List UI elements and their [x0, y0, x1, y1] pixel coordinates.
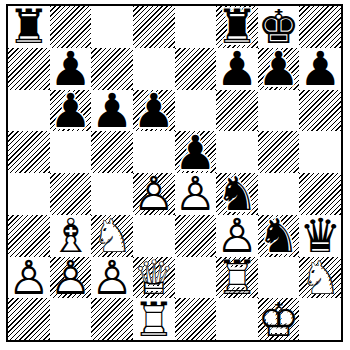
- piece-black-pawn: ♟: [50, 90, 92, 132]
- square-d8[interactable]: [133, 6, 175, 48]
- square-a7[interactable]: [8, 48, 50, 90]
- piece-black-pawn: ♟: [299, 48, 341, 90]
- chess-board: ♜♜♚♟♟♟♟♟♟♟♟♟♙♟♙♞♝♗♞♘♟♙♞♛♟♙♟♙♟♙♛♕♜♖♞♘♜♖♚♔: [6, 4, 343, 342]
- white-pawn-outline: ♙: [91, 257, 133, 299]
- square-b6[interactable]: ♟: [50, 90, 92, 132]
- square-a2[interactable]: ♟♙: [8, 257, 50, 299]
- white-rook-outline: ♖: [133, 298, 175, 340]
- black-rook-glyph: ♜: [8, 6, 50, 48]
- white-pawn-outline: ♙: [8, 257, 50, 299]
- square-e1[interactable]: [175, 298, 217, 340]
- white-knight-outline: ♘: [299, 257, 341, 299]
- piece-black-pawn: ♟: [258, 48, 300, 90]
- square-e3[interactable]: [175, 215, 217, 257]
- white-pawn-outline: ♙: [50, 257, 92, 299]
- white-king-outline: ♔: [258, 298, 300, 340]
- square-d6[interactable]: ♟: [133, 90, 175, 132]
- square-g3[interactable]: ♞: [258, 215, 300, 257]
- square-h5[interactable]: [299, 131, 341, 173]
- piece-white-pawn: ♟♙: [175, 173, 217, 215]
- square-a6[interactable]: [8, 90, 50, 132]
- white-rook-outline: ♖: [216, 257, 258, 299]
- square-f2[interactable]: ♜♖: [216, 257, 258, 299]
- piece-black-pawn: ♟: [216, 48, 258, 90]
- piece-black-pawn: ♟: [91, 90, 133, 132]
- piece-white-king: ♚♔: [258, 298, 300, 340]
- piece-white-pawn: ♟♙: [133, 173, 175, 215]
- square-a4[interactable]: [8, 173, 50, 215]
- piece-black-pawn: ♟: [133, 90, 175, 132]
- square-h2[interactable]: ♞♘: [299, 257, 341, 299]
- square-g5[interactable]: [258, 131, 300, 173]
- chess-diagram-page: ♜♜♚♟♟♟♟♟♟♟♟♟♙♟♙♞♝♗♞♘♟♙♞♛♟♙♟♙♟♙♛♕♜♖♞♘♜♖♚♔: [0, 0, 350, 350]
- piece-black-knight: ♞: [258, 215, 300, 257]
- square-c8[interactable]: [91, 6, 133, 48]
- black-pawn-glyph: ♟: [216, 48, 258, 90]
- black-knight-glyph: ♞: [258, 215, 300, 257]
- square-a8[interactable]: ♜: [8, 6, 50, 48]
- square-g1[interactable]: ♚♔: [258, 298, 300, 340]
- black-pawn-glyph: ♟: [133, 90, 175, 132]
- square-e2[interactable]: [175, 257, 217, 299]
- square-g7[interactable]: ♟: [258, 48, 300, 90]
- square-a5[interactable]: [8, 131, 50, 173]
- square-c6[interactable]: ♟: [91, 90, 133, 132]
- square-f7[interactable]: ♟: [216, 48, 258, 90]
- piece-white-pawn: ♟♙: [91, 257, 133, 299]
- piece-white-pawn: ♟♙: [8, 257, 50, 299]
- black-pawn-glyph: ♟: [258, 48, 300, 90]
- black-pawn-glyph: ♟: [299, 48, 341, 90]
- piece-white-rook: ♜♖: [216, 257, 258, 299]
- black-pawn-glyph: ♟: [50, 90, 92, 132]
- white-pawn-outline: ♙: [175, 173, 217, 215]
- square-e4[interactable]: ♟♙: [175, 173, 217, 215]
- piece-white-pawn: ♟♙: [50, 257, 92, 299]
- square-d4[interactable]: ♟♙: [133, 173, 175, 215]
- square-d1[interactable]: ♜♖: [133, 298, 175, 340]
- square-b2[interactable]: ♟♙: [50, 257, 92, 299]
- white-pawn-outline: ♙: [133, 173, 175, 215]
- piece-white-knight: ♞♘: [299, 257, 341, 299]
- piece-black-rook: ♜: [8, 6, 50, 48]
- black-pawn-glyph: ♟: [91, 90, 133, 132]
- square-e7[interactable]: [175, 48, 217, 90]
- square-h7[interactable]: ♟: [299, 48, 341, 90]
- square-e8[interactable]: [175, 6, 217, 48]
- piece-white-rook: ♜♖: [133, 298, 175, 340]
- square-c2[interactable]: ♟♙: [91, 257, 133, 299]
